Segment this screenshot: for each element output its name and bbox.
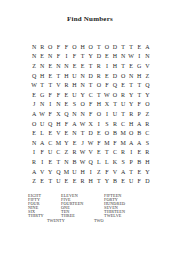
grid-cell: R (119, 90, 127, 100)
puzzle-title: Find Numbers (0, 15, 180, 23)
grid-cell: W (127, 52, 135, 62)
grid-cell: J (30, 100, 38, 110)
grid-cell: Y (46, 167, 54, 177)
grid-cell: N (30, 42, 38, 52)
grid-cell: S (119, 157, 127, 167)
grid-cell: H (62, 71, 70, 81)
grid-cell: U (111, 109, 119, 119)
grid-cell: E (62, 176, 70, 186)
grid-cell: C (46, 138, 54, 148)
grid-cell: N (62, 61, 70, 71)
grid-cell: L (38, 128, 46, 138)
grid-cell: X (103, 100, 111, 110)
grid-cell: Z (30, 176, 38, 186)
grid-cell: Z (95, 167, 103, 177)
grid-cell: H (135, 71, 143, 81)
grid-cell: N (30, 138, 38, 148)
grid-cell: Y (87, 52, 95, 62)
grid-cell: L (103, 157, 111, 167)
grid-cell: E (62, 128, 70, 138)
grid-cell: P (135, 109, 143, 119)
grid-cell: Q (143, 80, 151, 90)
grid-cell: B (135, 128, 143, 138)
grid-cell: M (119, 138, 127, 148)
grid-cell: O (143, 100, 151, 110)
wordsearch-grid: NROFFOHOTODTTEANENFIFTYDEHNWINZNENNEETRI… (30, 42, 151, 186)
grid-cell: E (62, 90, 70, 100)
grid-cell: E (127, 61, 135, 71)
grid-cell: E (46, 157, 54, 167)
grid-cell: U (54, 176, 62, 186)
grid-cell: T (87, 61, 95, 71)
grid-cell: T (46, 176, 54, 186)
grid-cell: O (95, 80, 103, 90)
grid-cell: I (46, 100, 54, 110)
grid-cell: F (111, 138, 119, 148)
grid-cell: I (103, 61, 111, 71)
grid-cell: E (135, 148, 143, 158)
grid-cell: N (70, 128, 78, 138)
grid-cell: U (127, 176, 135, 186)
word-item: TWO (94, 219, 104, 223)
word-list-column: FIFTEENFORTYHUNDREDSEVENTHIRTEENTWELVE (104, 194, 125, 219)
word-item: THIRTY (28, 214, 44, 218)
grid-cell: C (111, 148, 119, 158)
grid-cell: E (70, 61, 78, 71)
grid-cell: E (135, 42, 143, 52)
grid-cell: H (38, 71, 46, 81)
grid-cell: Y (62, 138, 70, 148)
grid-cell: F (135, 100, 143, 110)
grid-cell: O (103, 42, 111, 52)
grid-cell: H (87, 176, 95, 186)
grid-cell: A (135, 138, 143, 148)
grid-cell: T (127, 167, 135, 177)
grid-cell: T (135, 90, 143, 100)
grid-cell: O (127, 128, 135, 138)
grid-cell: Y (127, 90, 135, 100)
grid-cell: E (95, 128, 103, 138)
grid-cell: F (46, 109, 54, 119)
word-item: TWELVE (104, 214, 125, 218)
grid-cell: D (87, 71, 95, 81)
grid-cell: T (111, 100, 119, 110)
grid-cell: R (111, 119, 119, 129)
grid-cell: R (38, 42, 46, 52)
grid-cell: U (70, 71, 78, 81)
grid-cell: W (87, 138, 95, 148)
grid-cell: N (30, 52, 38, 62)
grid-cell: F (46, 90, 54, 100)
grid-cell: Q (62, 109, 70, 119)
grid-cell: E (46, 128, 54, 138)
grid-cell: Q (111, 80, 119, 90)
grid-cell: R (95, 61, 103, 71)
grid-cell: M (62, 167, 70, 177)
grid-cell: T (95, 42, 103, 52)
word-list-column: ELEVENFIVEFOURTEENONETENTHREE (61, 194, 83, 219)
grid-cell: F (87, 100, 95, 110)
grid-cell: O (111, 90, 119, 100)
grid-cell: C (87, 90, 95, 100)
grid-cell: T (87, 80, 95, 90)
grid-cell: R (30, 157, 38, 167)
grid-cell: A (135, 119, 143, 129)
grid-cell: D (95, 52, 103, 62)
grid-cell: F (70, 52, 78, 62)
grid-cell: E (103, 71, 111, 81)
grid-cell: O (95, 109, 103, 119)
grid-cell: F (103, 167, 111, 177)
grid-cell: C (143, 128, 151, 138)
grid-cell: G (135, 61, 143, 71)
grid-cell: N (143, 52, 151, 62)
grid-cell: T (127, 80, 135, 90)
grid-cell: F (95, 138, 103, 148)
grid-cell: N (119, 52, 127, 62)
grid-cell: E (70, 176, 78, 186)
grid-cell: B (70, 157, 78, 167)
grid-cell: U (46, 148, 54, 158)
grid-cell: H (143, 157, 151, 167)
grid-cell: N (38, 61, 46, 71)
grid-cell: T (79, 52, 87, 62)
grid-cell: K (111, 157, 119, 167)
grid-cell: M (103, 138, 111, 148)
grid-cell: N (62, 157, 70, 167)
grid-cell: M (54, 138, 62, 148)
grid-cell: O (119, 71, 127, 81)
grid-cell: H (79, 167, 87, 177)
worksheet: { "game": "word-search", "title": "Find … (0, 0, 180, 256)
grid-cell: S (70, 100, 78, 110)
grid-cell: D (111, 71, 119, 81)
grid-cell: W (79, 119, 87, 129)
grid-cell: F (62, 119, 70, 129)
grid-cell: O (30, 119, 38, 129)
grid-cell: W (30, 80, 38, 90)
grid-cell: N (54, 100, 62, 110)
grid-cell: E (62, 100, 70, 110)
grid-cell: V (143, 61, 151, 71)
grid-cell: L (95, 157, 103, 167)
grid-cell: T (95, 176, 103, 186)
grid-cell: E (30, 128, 38, 138)
grid-cell: J (79, 138, 87, 148)
grid-cell: O (103, 128, 111, 138)
grid-cell: W (79, 148, 87, 158)
grid-cell: S (103, 119, 111, 129)
grid-cell: E (46, 61, 54, 71)
grid-cell: U (38, 119, 46, 129)
grid-cell: I (30, 148, 38, 158)
grid-cell: E (38, 52, 46, 62)
grid-cell: F (54, 52, 62, 62)
grid-cell: V (54, 128, 62, 138)
grid-cell: M (119, 128, 127, 138)
grid-cell: V (111, 167, 119, 177)
grid-cell: E (38, 176, 46, 186)
grid-cell: A (143, 42, 151, 52)
grid-cell: Y (143, 90, 151, 100)
grid-cell: Y (127, 100, 135, 110)
grid-cell: I (62, 52, 70, 62)
word-list-column: EIGHTFIFTYFOURNINESIXTHIRTY (28, 194, 44, 219)
grid-cell: E (119, 176, 127, 186)
grid-cell: N (54, 61, 62, 71)
grid-cell: R (95, 71, 103, 81)
word-item: TWENTY (47, 219, 65, 223)
grid-cell: R (79, 176, 87, 186)
grid-cell: R (143, 119, 151, 129)
grid-cell: N (38, 100, 46, 110)
grid-cell: N (46, 52, 54, 62)
grid-cell: E (70, 138, 78, 148)
grid-cell: T (79, 128, 87, 138)
grid-cell: Q (46, 119, 54, 129)
grid-cell: B (111, 128, 119, 138)
grid-cell: W (103, 90, 111, 100)
grid-cell: N (79, 80, 87, 90)
grid-cell: Y (143, 167, 151, 177)
grid-cell: H (111, 61, 119, 71)
grid-cell: I (87, 167, 95, 177)
grid-cell: A (30, 167, 38, 177)
grid-cell: Y (103, 176, 111, 186)
grid-cell: T (95, 90, 103, 100)
grid-cell: I (95, 119, 103, 129)
grid-cell: R (119, 148, 127, 158)
grid-cell: U (119, 100, 127, 110)
grid-cell: V (38, 167, 46, 177)
grid-cell: H (54, 119, 62, 129)
grid-cell: O (70, 42, 78, 52)
grid-cell: O (46, 42, 54, 52)
grid-cell: C (54, 148, 62, 158)
grid-cell: F (38, 148, 46, 158)
grid-cell: E (46, 71, 54, 81)
grid-cell: G (38, 90, 46, 100)
grid-cell: Z (143, 109, 151, 119)
grid-cell: F (54, 90, 62, 100)
grid-cell: Q (30, 71, 38, 81)
grid-cell: E (119, 80, 127, 90)
grid-cell: F (87, 109, 95, 119)
grid-cell: E (135, 167, 143, 177)
grid-cell: B (135, 157, 143, 167)
grid-cell: T (54, 71, 62, 81)
grid-cell: H (127, 119, 135, 129)
grid-cell: E (95, 148, 103, 158)
grid-cell: A (127, 138, 135, 148)
grid-cell: D (111, 42, 119, 52)
grid-cell: Z (62, 148, 70, 158)
grid-cell: D (143, 176, 151, 186)
grid-cell: U (70, 167, 78, 177)
grid-cell: D (87, 128, 95, 138)
grid-cell: C (119, 119, 127, 129)
grid-cell: A (30, 109, 38, 119)
grid-cell: Z (143, 71, 151, 81)
grid-cell: O (87, 42, 95, 52)
grid-cell: N (127, 71, 135, 81)
grid-cell: N (70, 109, 78, 119)
grid-cell: H (95, 100, 103, 110)
grid-cell: S (143, 138, 151, 148)
grid-cell: F (135, 176, 143, 186)
grid-cell: T (135, 80, 143, 90)
grid-cell: U (70, 90, 78, 100)
grid-cell: I (103, 109, 111, 119)
grid-cell: X (87, 119, 95, 129)
grid-cell: Z (30, 61, 38, 71)
grid-cell: Q (54, 167, 62, 177)
grid-cell: V (54, 80, 62, 90)
grid-cell: V (87, 148, 95, 158)
grid-cell: W (79, 157, 87, 167)
grid-cell: B (111, 176, 119, 186)
grid-cell: T (46, 80, 54, 90)
grid-cell: N (79, 71, 87, 81)
grid-cell: A (38, 138, 46, 148)
grid-cell: E (103, 52, 111, 62)
grid-cell: W (38, 109, 46, 119)
grid-cell: Y (79, 90, 87, 100)
grid-cell: Q (87, 157, 95, 167)
grid-cell: E (30, 90, 38, 100)
grid-cell: T (103, 148, 111, 158)
grid-cell: X (54, 109, 62, 119)
grid-cell: H (70, 80, 78, 90)
grid-cell: T (127, 42, 135, 52)
grid-cell: H (79, 42, 87, 52)
grid-cell: R (62, 80, 70, 90)
grid-cell: H (111, 52, 119, 62)
grid-cell: I (127, 148, 135, 158)
grid-cell: P (127, 157, 135, 167)
grid-cell: R (70, 148, 78, 158)
grid-cell: A (70, 119, 78, 129)
grid-cell: T (38, 80, 46, 90)
grid-cell: T (119, 61, 127, 71)
grid-cell: O (79, 100, 87, 110)
grid-cell: T (119, 109, 127, 119)
grid-cell: A (119, 167, 127, 177)
grid-cell: F (103, 80, 111, 90)
grid-cell: E (79, 61, 87, 71)
grid-cell: F (54, 42, 62, 52)
grid-cell: R (143, 148, 151, 158)
grid-cell: R (127, 109, 135, 119)
grid-cell: N (79, 109, 87, 119)
grid-cell: I (38, 157, 46, 167)
grid-cell: T (119, 42, 127, 52)
grid-cell: F (62, 42, 70, 52)
grid-cell: T (54, 157, 62, 167)
grid-cell: I (135, 52, 143, 62)
